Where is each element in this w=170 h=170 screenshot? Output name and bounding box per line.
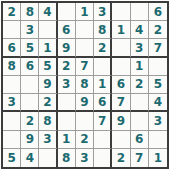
cell-r8c7[interactable] <box>112 131 130 149</box>
cell-r5c9[interactable]: 5 <box>149 76 167 94</box>
cell-r5c4[interactable]: 3 <box>58 76 76 94</box>
cell-r5c5[interactable]: 8 <box>76 76 94 94</box>
cell-r4c3[interactable]: 5 <box>39 58 57 76</box>
cell-r4c1[interactable]: 8 <box>3 58 21 76</box>
cell-r5c8[interactable]: 2 <box>131 76 149 94</box>
cell-r6c8[interactable] <box>131 94 149 112</box>
cell-r9c9[interactable]: 1 <box>149 149 167 167</box>
cell-r9c1[interactable]: 5 <box>3 149 21 167</box>
cell-r7c4[interactable] <box>58 112 76 130</box>
cell-r6c3[interactable]: 2 <box>39 94 57 112</box>
cell-r4c9[interactable] <box>149 58 167 76</box>
cell-r2c5[interactable] <box>76 21 94 39</box>
cell-r5c3[interactable]: 9 <box>39 76 57 94</box>
cell-r3c8[interactable]: 3 <box>131 39 149 57</box>
cell-r4c7[interactable] <box>112 58 130 76</box>
cell-r5c6[interactable]: 1 <box>94 76 112 94</box>
cell-r8c2[interactable]: 9 <box>21 131 39 149</box>
sudoku-board: 2841363681426519237865271938162532967428… <box>1 1 169 169</box>
cell-r1c5[interactable]: 1 <box>76 3 94 21</box>
cell-r1c7[interactable] <box>112 3 130 21</box>
cell-r8c4[interactable]: 1 <box>58 131 76 149</box>
cell-r3c1[interactable]: 6 <box>3 39 21 57</box>
cell-r8c8[interactable]: 6 <box>131 131 149 149</box>
cell-r7c3[interactable]: 8 <box>39 112 57 130</box>
sudoku-widget: 2841363681426519237865271938162532967428… <box>0 0 170 170</box>
cell-r4c6[interactable] <box>94 58 112 76</box>
cell-r1c9[interactable]: 6 <box>149 3 167 21</box>
cell-r3c4[interactable]: 9 <box>58 39 76 57</box>
cell-r9c7[interactable]: 2 <box>112 149 130 167</box>
cell-r6c9[interactable]: 4 <box>149 94 167 112</box>
cell-r8c6[interactable] <box>94 131 112 149</box>
cell-r1c3[interactable]: 4 <box>39 3 57 21</box>
cell-r2c2[interactable]: 3 <box>21 21 39 39</box>
cell-r9c3[interactable] <box>39 149 57 167</box>
cell-r2c9[interactable]: 2 <box>149 21 167 39</box>
cell-r7c6[interactable]: 7 <box>94 112 112 130</box>
cell-r3c3[interactable]: 1 <box>39 39 57 57</box>
cell-r6c7[interactable]: 7 <box>112 94 130 112</box>
cell-r9c5[interactable]: 3 <box>76 149 94 167</box>
cell-r3c7[interactable] <box>112 39 130 57</box>
cell-r1c8[interactable] <box>131 3 149 21</box>
cell-r7c9[interactable]: 3 <box>149 112 167 130</box>
cell-r9c4[interactable]: 8 <box>58 149 76 167</box>
cell-r8c3[interactable]: 3 <box>39 131 57 149</box>
cell-r2c6[interactable]: 8 <box>94 21 112 39</box>
cell-r5c1[interactable] <box>3 76 21 94</box>
cell-r7c2[interactable]: 2 <box>21 112 39 130</box>
cell-r9c2[interactable]: 4 <box>21 149 39 167</box>
cell-r3c9[interactable]: 7 <box>149 39 167 57</box>
cell-r1c1[interactable]: 2 <box>3 3 21 21</box>
cell-r7c1[interactable] <box>3 112 21 130</box>
cell-r7c7[interactable]: 9 <box>112 112 130 130</box>
cell-r6c6[interactable]: 6 <box>94 94 112 112</box>
cell-r7c8[interactable] <box>131 112 149 130</box>
cell-r6c4[interactable] <box>58 94 76 112</box>
cell-r2c3[interactable] <box>39 21 57 39</box>
cell-r3c6[interactable]: 2 <box>94 39 112 57</box>
cell-r2c7[interactable]: 1 <box>112 21 130 39</box>
cell-r5c7[interactable]: 6 <box>112 76 130 94</box>
cell-r8c5[interactable]: 2 <box>76 131 94 149</box>
cell-r6c5[interactable]: 9 <box>76 94 94 112</box>
cell-r8c9[interactable] <box>149 131 167 149</box>
cell-r3c2[interactable]: 5 <box>21 39 39 57</box>
cell-r1c4[interactable] <box>58 3 76 21</box>
cell-r8c1[interactable] <box>3 131 21 149</box>
cell-r1c2[interactable]: 8 <box>21 3 39 21</box>
cell-r9c6[interactable] <box>94 149 112 167</box>
cell-r9c8[interactable]: 7 <box>131 149 149 167</box>
cell-r4c2[interactable]: 6 <box>21 58 39 76</box>
cell-r7c5[interactable] <box>76 112 94 130</box>
cell-r6c2[interactable] <box>21 94 39 112</box>
cell-r3c5[interactable] <box>76 39 94 57</box>
cell-r4c8[interactable]: 1 <box>131 58 149 76</box>
cell-r6c1[interactable]: 3 <box>3 94 21 112</box>
cell-r2c4[interactable]: 6 <box>58 21 76 39</box>
cell-r1c6[interactable]: 3 <box>94 3 112 21</box>
cell-r4c5[interactable]: 7 <box>76 58 94 76</box>
cell-r4c4[interactable]: 2 <box>58 58 76 76</box>
cell-r2c1[interactable] <box>3 21 21 39</box>
cell-r5c2[interactable] <box>21 76 39 94</box>
cell-r2c8[interactable]: 4 <box>131 21 149 39</box>
